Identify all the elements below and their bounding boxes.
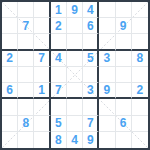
given-digit: 8 bbox=[137, 52, 144, 64]
cell-r3c9[interactable] bbox=[132, 34, 148, 50]
cell-r9c8[interactable] bbox=[116, 132, 132, 148]
cell-r6c1[interactable]: 6 bbox=[2, 83, 18, 99]
cell-r2c8[interactable]: 9 bbox=[116, 18, 132, 34]
given-digit: 9 bbox=[120, 20, 127, 32]
cell-r3c2[interactable] bbox=[18, 34, 34, 50]
cell-r5c1[interactable] bbox=[2, 67, 18, 83]
cell-r8c9[interactable] bbox=[132, 116, 148, 132]
cell-r2c3[interactable] bbox=[34, 18, 50, 34]
cell-r1c3[interactable] bbox=[34, 2, 50, 18]
given-digit: 2 bbox=[6, 52, 13, 64]
given-digit: 5 bbox=[87, 52, 94, 64]
cell-r7c3[interactable] bbox=[34, 99, 50, 115]
cell-r6c6[interactable]: 3 bbox=[83, 83, 99, 99]
cell-r4c8[interactable] bbox=[116, 51, 132, 67]
cell-r5c9[interactable] bbox=[132, 67, 148, 83]
cell-r4c5[interactable] bbox=[67, 51, 83, 67]
cell-r9c6[interactable]: 9 bbox=[83, 132, 99, 148]
cell-r6c7[interactable]: 9 bbox=[99, 83, 115, 99]
cell-r7c7[interactable] bbox=[99, 99, 115, 115]
cell-r2c4[interactable]: 2 bbox=[51, 18, 67, 34]
cell-r4c3[interactable]: 7 bbox=[34, 51, 50, 67]
cell-r7c5[interactable] bbox=[67, 99, 83, 115]
given-digit: 5 bbox=[55, 117, 62, 129]
cell-r8c4[interactable]: 5 bbox=[51, 116, 67, 132]
cell-r7c8[interactable] bbox=[116, 99, 132, 115]
given-digit: 4 bbox=[55, 52, 62, 64]
cell-r1c8[interactable] bbox=[116, 2, 132, 18]
cell-r9c3[interactable] bbox=[34, 132, 50, 148]
cell-r5c7[interactable] bbox=[99, 67, 115, 83]
cell-r1c6[interactable]: 4 bbox=[83, 2, 99, 18]
given-digit: 1 bbox=[38, 84, 45, 96]
cell-r6c8[interactable] bbox=[116, 83, 132, 99]
cell-r9c7[interactable] bbox=[99, 132, 115, 148]
cell-r4c7[interactable]: 3 bbox=[99, 51, 115, 67]
cell-r7c6[interactable] bbox=[83, 99, 99, 115]
cell-r2c5[interactable] bbox=[67, 18, 83, 34]
cell-r1c7[interactable] bbox=[99, 2, 115, 18]
cell-r5c3[interactable] bbox=[34, 67, 50, 83]
given-digit: 9 bbox=[104, 84, 111, 96]
given-digit: 7 bbox=[38, 52, 45, 64]
cell-r8c7[interactable] bbox=[99, 116, 115, 132]
given-digit: 7 bbox=[55, 84, 62, 96]
cell-r3c5[interactable] bbox=[67, 34, 83, 50]
cell-r2c7[interactable] bbox=[99, 18, 115, 34]
given-digit: 8 bbox=[22, 117, 29, 129]
cell-r5c6[interactable] bbox=[83, 67, 99, 83]
cell-r8c8[interactable]: 6 bbox=[116, 116, 132, 132]
cell-r1c1[interactable] bbox=[2, 2, 18, 18]
cell-r6c5[interactable] bbox=[67, 83, 83, 99]
given-digit: 8 bbox=[55, 134, 62, 146]
cell-r9c1[interactable] bbox=[2, 132, 18, 148]
cell-r1c9[interactable] bbox=[132, 2, 148, 18]
given-digit: 6 bbox=[6, 84, 13, 96]
cell-r1c4[interactable]: 1 bbox=[51, 2, 67, 18]
cell-r1c5[interactable]: 9 bbox=[67, 2, 83, 18]
cell-r4c9[interactable]: 8 bbox=[132, 51, 148, 67]
cell-r5c4[interactable] bbox=[51, 67, 67, 83]
cell-r4c2[interactable] bbox=[18, 51, 34, 67]
given-digit: 9 bbox=[71, 4, 78, 16]
cell-r6c2[interactable] bbox=[18, 83, 34, 99]
cell-r3c4[interactable] bbox=[51, 34, 67, 50]
given-digit: 2 bbox=[137, 84, 144, 96]
cell-r3c6[interactable] bbox=[83, 34, 99, 50]
given-digit: 4 bbox=[71, 134, 78, 146]
cell-r8c1[interactable] bbox=[2, 116, 18, 132]
cell-r4c1[interactable]: 2 bbox=[2, 51, 18, 67]
cell-r3c3[interactable] bbox=[34, 34, 50, 50]
cell-r6c3[interactable]: 1 bbox=[34, 83, 50, 99]
cell-r6c9[interactable]: 2 bbox=[132, 83, 148, 99]
cell-r5c2[interactable] bbox=[18, 67, 34, 83]
cell-r8c3[interactable] bbox=[34, 116, 50, 132]
sudoku-board: 19472692745386173928576849 bbox=[0, 0, 150, 150]
cell-r2c9[interactable] bbox=[132, 18, 148, 34]
given-digit: 9 bbox=[87, 134, 94, 146]
given-digit: 3 bbox=[104, 52, 111, 64]
cell-r3c7[interactable] bbox=[99, 34, 115, 50]
cell-r2c1[interactable] bbox=[2, 18, 18, 34]
cell-r5c8[interactable] bbox=[116, 67, 132, 83]
cell-r4c4[interactable]: 4 bbox=[51, 51, 67, 67]
given-digit: 4 bbox=[87, 4, 94, 16]
given-digit: 7 bbox=[87, 117, 94, 129]
cell-r9c2[interactable] bbox=[18, 132, 34, 148]
given-digit: 3 bbox=[87, 84, 94, 96]
cell-r8c6[interactable]: 7 bbox=[83, 116, 99, 132]
cell-r7c9[interactable] bbox=[132, 99, 148, 115]
cell-r9c5[interactable]: 4 bbox=[67, 132, 83, 148]
cell-r9c4[interactable]: 8 bbox=[51, 132, 67, 148]
cell-r8c5[interactable] bbox=[67, 116, 83, 132]
cell-r6c4[interactable]: 7 bbox=[51, 83, 67, 99]
cell-r2c6[interactable]: 6 bbox=[83, 18, 99, 34]
given-digit: 6 bbox=[120, 117, 127, 129]
cell-r9c9[interactable] bbox=[132, 132, 148, 148]
given-digit: 1 bbox=[55, 4, 62, 16]
given-digit: 6 bbox=[87, 20, 94, 32]
given-digit: 2 bbox=[55, 20, 62, 32]
cell-r1c2[interactable] bbox=[18, 2, 34, 18]
cell-r7c4[interactable] bbox=[51, 99, 67, 115]
cell-r2c2[interactable]: 7 bbox=[18, 18, 34, 34]
cell-r8c2[interactable]: 8 bbox=[18, 116, 34, 132]
cell-r7c1[interactable] bbox=[2, 99, 18, 115]
cell-r3c8[interactable] bbox=[116, 34, 132, 50]
cell-r5c5[interactable] bbox=[67, 67, 83, 83]
cell-r4c6[interactable]: 5 bbox=[83, 51, 99, 67]
cell-r3c1[interactable] bbox=[2, 34, 18, 50]
given-digit: 7 bbox=[22, 20, 29, 32]
cell-r7c2[interactable] bbox=[18, 99, 34, 115]
